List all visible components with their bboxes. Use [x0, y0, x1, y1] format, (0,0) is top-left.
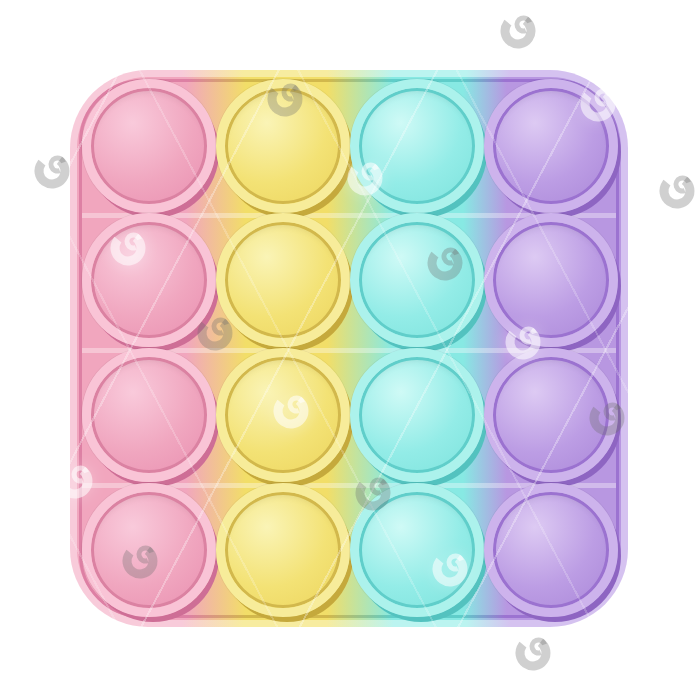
bubble-r3c3-cyan[interactable]	[350, 348, 484, 482]
bubble-r1c1-pink[interactable]	[82, 79, 216, 213]
cell-r2c2	[216, 212, 350, 347]
cell-r2c3	[350, 212, 484, 347]
cell-r1c4	[484, 80, 618, 212]
watermark-swirl-logo	[496, 8, 540, 52]
cell-r1c1	[82, 80, 216, 212]
bubble-r4c4-purple[interactable]	[484, 483, 618, 617]
cell-r1c2	[216, 80, 350, 212]
bubble-r2c4-purple[interactable]	[484, 213, 618, 347]
popit-board	[70, 70, 628, 627]
cell-r2c1	[82, 212, 216, 347]
cell-r4c4	[484, 482, 618, 617]
bubble-r4c2-yellow[interactable]	[216, 483, 350, 617]
cell-r3c4	[484, 347, 618, 482]
watermark-swirl-logo	[655, 168, 699, 212]
bubble-r4c1-pink[interactable]	[82, 483, 216, 617]
cell-r1c3	[350, 80, 484, 212]
bubble-r3c4-purple[interactable]	[484, 348, 618, 482]
cell-r4c1	[82, 482, 216, 617]
cell-r2c4	[484, 212, 618, 347]
stage	[0, 0, 700, 700]
cell-r3c2	[216, 347, 350, 482]
watermark-swirl-logo	[30, 148, 74, 192]
bubble-r2c2-yellow[interactable]	[216, 213, 350, 347]
bubble-r1c3-cyan[interactable]	[350, 79, 484, 213]
cell-r4c3	[350, 482, 484, 617]
cell-r4c2	[216, 482, 350, 617]
watermark-swirl-logo	[511, 630, 555, 674]
bubble-r1c4-purple[interactable]	[484, 79, 618, 213]
bubble-r3c1-pink[interactable]	[82, 348, 216, 482]
cell-r3c3	[350, 347, 484, 482]
cell-r3c1	[82, 347, 216, 482]
bubble-grid	[82, 80, 616, 617]
bubble-r3c2-yellow[interactable]	[216, 348, 350, 482]
bubble-r2c3-cyan[interactable]	[350, 213, 484, 347]
bubble-r2c1-pink[interactable]	[82, 213, 216, 347]
bubble-r4c3-cyan[interactable]	[350, 483, 484, 617]
bubble-r1c2-yellow[interactable]	[216, 79, 350, 213]
